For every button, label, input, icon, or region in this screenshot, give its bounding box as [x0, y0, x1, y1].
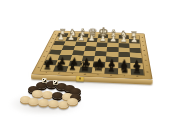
frame-number-stamp: 5 [45, 51, 48, 52]
frame-number-stamp: 1 [45, 72, 48, 74]
frame-number-stamp: 3 [71, 73, 74, 75]
frame-number-stamp: 8 [146, 71, 148, 73]
frame-number-stamp: 2 [52, 38, 54, 39]
frame-number-stamp: 7 [123, 76, 125, 78]
chess-piece-white: ♜ [130, 30, 138, 39]
chess-set-product-photo: ♜♞♝♛♚♝♞♜♟♟♟♟♟♟♟♟♟♟♟♟♟♟♟♟♜♞♝♛♚♝♞♜ 1234567… [0, 0, 175, 121]
board-square[interactable]: ♚ [92, 67, 106, 74]
checkers-pile [12, 76, 84, 118]
chess-piece-white: ♚ [98, 26, 109, 38]
chess-piece-white: ♝ [109, 29, 118, 39]
board-frame: ♜♞♝♛♚♝♞♜♟♟♟♟♟♟♟♟♟♟♟♟♟♟♟♟♜♞♝♛♚♝♞♜ 1234567… [31, 31, 153, 80]
frame-number-stamp: 3 [142, 45, 144, 46]
board-square[interactable]: ♞ [53, 66, 68, 73]
frame-number-stamp: 4 [143, 50, 145, 51]
frame-number-stamp: 4 [48, 46, 50, 47]
frame-number-stamp: 6 [43, 56, 46, 57]
frame-number-stamp: 7 [145, 65, 147, 67]
frame-number-stamp: 5 [97, 74, 99, 76]
frame-number-stamp: 6 [145, 60, 147, 62]
chess-piece-white: ♞ [119, 29, 128, 39]
die [42, 78, 47, 83]
frame-number-stamp: 1 [54, 34, 56, 35]
die [53, 80, 58, 85]
board-square[interactable]: ♛ [79, 67, 93, 74]
frame-number-stamp: 8 [136, 76, 138, 78]
frame-number-stamp: 3 [50, 42, 52, 43]
frame-number-stamp: 1 [141, 37, 143, 38]
chess-piece-white: ♜ [59, 28, 67, 37]
board-square[interactable]: ♜ [130, 69, 144, 76]
chess-piece-white: ♝ [78, 28, 87, 38]
frame-number-stamp: 2 [142, 41, 144, 42]
frame-number-stamp: 6 [110, 75, 112, 77]
board-square[interactable]: ♞ [118, 68, 131, 75]
frame-number-stamp: 8 [37, 67, 40, 69]
chess-board: ♜♞♝♛♚♝♞♜♟♟♟♟♟♟♟♟♟♟♟♟♟♟♟♟♜♞♝♛♚♝♞♜ 1234567… [31, 31, 153, 80]
frame-number-stamp: 7 [40, 61, 43, 63]
board-square[interactable]: ♝ [105, 68, 118, 75]
frame-number-stamp: 5 [144, 55, 146, 56]
board-grid: ♜♞♝♛♚♝♞♜♟♟♟♟♟♟♟♟♟♟♟♟♟♟♟♟♜♞♝♛♚♝♞♜ [41, 33, 144, 75]
chess-piece-white: ♛ [88, 27, 98, 38]
checker-disc-light [67, 98, 78, 105]
frame-number-stamp: 2 [58, 73, 61, 75]
chess-piece-white: ♞ [68, 28, 77, 37]
